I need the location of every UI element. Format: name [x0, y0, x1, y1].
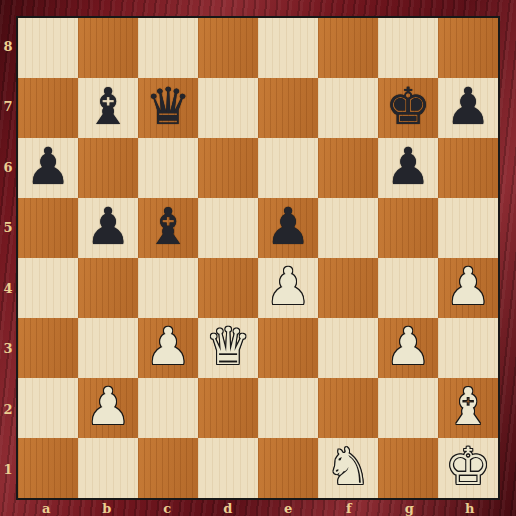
piece-black-pawn-h7[interactable]: ♟: [445, 81, 491, 132]
rank-label-3: 3: [0, 319, 16, 380]
piece-black-queen-c7[interactable]: ♛: [145, 81, 191, 132]
file-label-h: h: [440, 500, 501, 516]
square-f7[interactable]: [318, 78, 378, 138]
piece-white-pawn-h4[interactable]: ♟: [445, 261, 491, 312]
square-f3[interactable]: [318, 318, 378, 378]
square-g8[interactable]: [378, 18, 438, 78]
square-a3[interactable]: [18, 318, 78, 378]
chess-board: ♝♛♚♟♟♟♟♝♟♟♟♟♛♟♟♝♞♚: [16, 16, 500, 500]
square-e3[interactable]: [258, 318, 318, 378]
square-h5[interactable]: [438, 198, 498, 258]
rank-label-4: 4: [0, 258, 16, 319]
square-f6[interactable]: [318, 138, 378, 198]
file-label-e: e: [258, 500, 319, 516]
square-c8[interactable]: [138, 18, 198, 78]
square-c4[interactable]: [138, 258, 198, 318]
piece-white-pawn-c3[interactable]: ♟: [145, 321, 191, 372]
square-e5[interactable]: ♟: [258, 198, 318, 258]
square-g4[interactable]: [378, 258, 438, 318]
piece-white-pawn-b2[interactable]: ♟: [85, 381, 131, 432]
square-h7[interactable]: ♟: [438, 78, 498, 138]
square-h4[interactable]: ♟: [438, 258, 498, 318]
square-b6[interactable]: [78, 138, 138, 198]
square-g5[interactable]: [378, 198, 438, 258]
file-label-d: d: [198, 500, 259, 516]
square-e6[interactable]: [258, 138, 318, 198]
file-label-c: c: [137, 500, 198, 516]
rank-label-7: 7: [0, 77, 16, 138]
piece-white-bishop-h2[interactable]: ♝: [445, 381, 491, 432]
square-a1[interactable]: [18, 438, 78, 498]
square-a5[interactable]: [18, 198, 78, 258]
square-a2[interactable]: [18, 378, 78, 438]
rank-label-1: 1: [0, 440, 16, 501]
file-label-b: b: [77, 500, 138, 516]
square-h1[interactable]: ♚: [438, 438, 498, 498]
file-label-f: f: [319, 500, 380, 516]
piece-black-bishop-b7[interactable]: ♝: [85, 81, 131, 132]
square-g1[interactable]: [378, 438, 438, 498]
piece-white-knight-f1[interactable]: ♞: [325, 441, 371, 492]
rank-label-6: 6: [0, 137, 16, 198]
square-d5[interactable]: [198, 198, 258, 258]
square-c5[interactable]: ♝: [138, 198, 198, 258]
square-g3[interactable]: ♟: [378, 318, 438, 378]
piece-black-bishop-c5[interactable]: ♝: [145, 201, 191, 252]
piece-black-pawn-e5[interactable]: ♟: [265, 201, 311, 252]
piece-black-pawn-a6[interactable]: ♟: [25, 141, 71, 192]
square-f8[interactable]: [318, 18, 378, 78]
square-d4[interactable]: [198, 258, 258, 318]
square-e7[interactable]: [258, 78, 318, 138]
square-d6[interactable]: [198, 138, 258, 198]
square-e2[interactable]: [258, 378, 318, 438]
square-d2[interactable]: [198, 378, 258, 438]
square-a7[interactable]: [18, 78, 78, 138]
piece-white-queen-d3[interactable]: ♛: [205, 321, 251, 372]
piece-white-king-h1[interactable]: ♚: [445, 441, 491, 492]
square-b7[interactable]: ♝: [78, 78, 138, 138]
square-a4[interactable]: [18, 258, 78, 318]
file-label-g: g: [379, 500, 440, 516]
square-c2[interactable]: [138, 378, 198, 438]
square-b2[interactable]: ♟: [78, 378, 138, 438]
square-f5[interactable]: [318, 198, 378, 258]
square-h8[interactable]: [438, 18, 498, 78]
piece-white-pawn-g3[interactable]: ♟: [385, 321, 431, 372]
square-c6[interactable]: [138, 138, 198, 198]
square-b4[interactable]: [78, 258, 138, 318]
square-a8[interactable]: [18, 18, 78, 78]
piece-black-pawn-b5[interactable]: ♟: [85, 201, 131, 252]
square-g7[interactable]: ♚: [378, 78, 438, 138]
piece-black-king-g7[interactable]: ♚: [385, 81, 431, 132]
square-g2[interactable]: [378, 378, 438, 438]
square-e4[interactable]: ♟: [258, 258, 318, 318]
square-e8[interactable]: [258, 18, 318, 78]
square-d7[interactable]: [198, 78, 258, 138]
square-h2[interactable]: ♝: [438, 378, 498, 438]
square-f1[interactable]: ♞: [318, 438, 378, 498]
file-labels: abcdefgh: [16, 500, 500, 516]
square-h3[interactable]: [438, 318, 498, 378]
square-c1[interactable]: [138, 438, 198, 498]
piece-white-pawn-e4[interactable]: ♟: [265, 261, 311, 312]
square-f2[interactable]: [318, 378, 378, 438]
square-h6[interactable]: [438, 138, 498, 198]
square-g6[interactable]: ♟: [378, 138, 438, 198]
rank-label-5: 5: [0, 198, 16, 259]
rank-labels: 87654321: [0, 16, 16, 500]
chess-board-frame: 87654321 ♝♛♚♟♟♟♟♝♟♟♟♟♛♟♟♝♞♚ abcdefgh: [0, 0, 516, 516]
square-d8[interactable]: [198, 18, 258, 78]
rank-label-2: 2: [0, 379, 16, 440]
square-e1[interactable]: [258, 438, 318, 498]
square-b1[interactable]: [78, 438, 138, 498]
square-d1[interactable]: [198, 438, 258, 498]
square-b5[interactable]: ♟: [78, 198, 138, 258]
square-f4[interactable]: [318, 258, 378, 318]
square-d3[interactable]: ♛: [198, 318, 258, 378]
piece-black-pawn-g6[interactable]: ♟: [385, 141, 431, 192]
file-label-a: a: [16, 500, 77, 516]
square-b3[interactable]: [78, 318, 138, 378]
square-c7[interactable]: ♛: [138, 78, 198, 138]
square-a6[interactable]: ♟: [18, 138, 78, 198]
rank-label-8: 8: [0, 16, 16, 77]
square-c3[interactable]: ♟: [138, 318, 198, 378]
square-b8[interactable]: [78, 18, 138, 78]
